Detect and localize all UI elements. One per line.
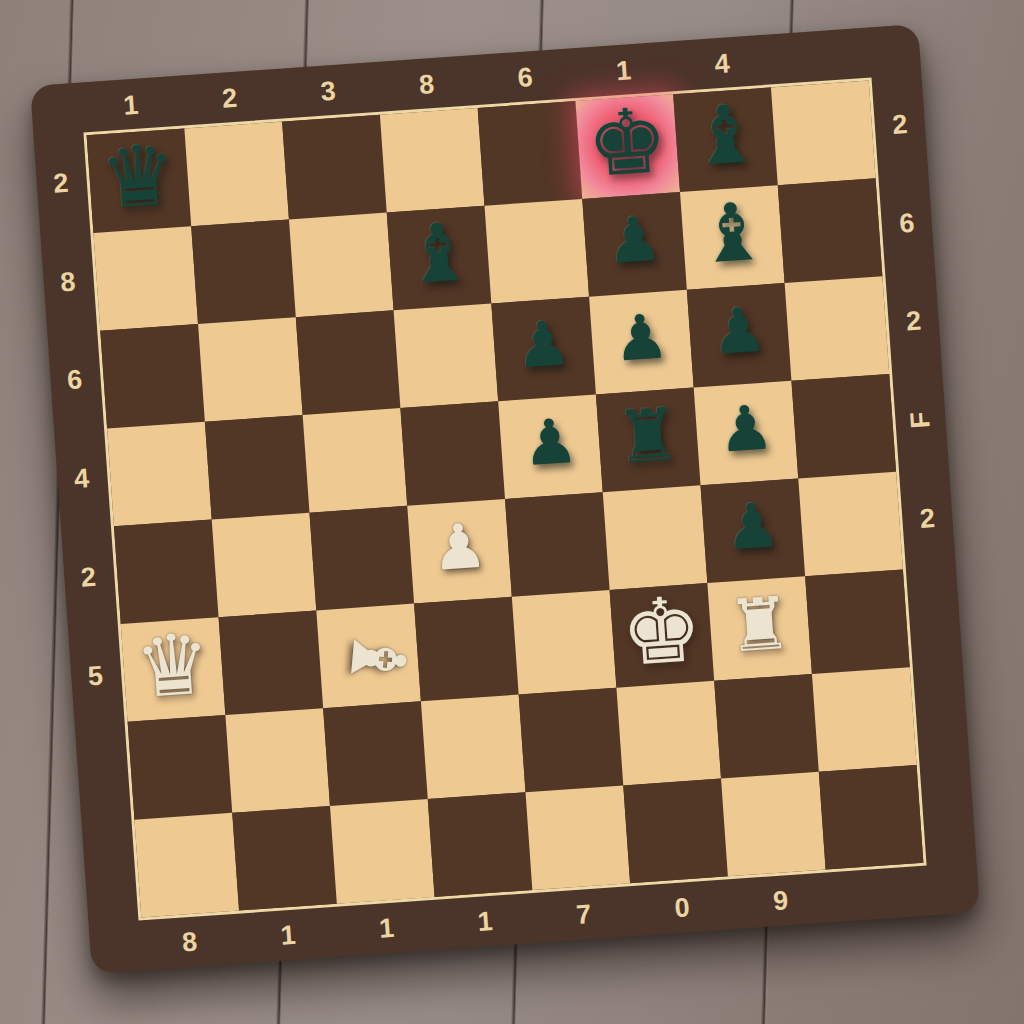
coordinate-label: 2 — [65, 527, 112, 628]
square-r2c6[interactable]: ♟ — [582, 192, 687, 297]
square-r6c4[interactable] — [414, 597, 519, 702]
square-r4c4[interactable] — [400, 401, 505, 506]
square-r5c1[interactable] — [114, 520, 219, 625]
square-r2c2[interactable] — [191, 219, 296, 324]
square-r8c3[interactable] — [330, 799, 435, 904]
square-r6c3[interactable]: ♝ — [316, 604, 421, 709]
black-bishop[interactable]: ♝ — [687, 93, 764, 178]
square-r1c5[interactable] — [478, 101, 583, 206]
square-r8c4[interactable] — [428, 792, 533, 897]
coordinate-label — [770, 34, 871, 81]
square-r1c3[interactable] — [282, 115, 387, 220]
black-pawn[interactable]: ♟ — [520, 410, 580, 476]
square-r3c3[interactable] — [296, 310, 401, 415]
square-r7c8[interactable] — [812, 667, 917, 772]
square-r7c1[interactable] — [128, 715, 233, 820]
coordinate-label: 4 — [58, 428, 105, 529]
square-r4c2[interactable] — [205, 415, 310, 520]
square-r6c7[interactable]: ♜ — [707, 576, 812, 681]
coordinate-label: 9 — [730, 876, 831, 925]
coordinate-label: 2 — [875, 74, 924, 175]
square-r4c8[interactable] — [791, 374, 896, 479]
square-r7c3[interactable] — [323, 701, 428, 806]
square-r1c7[interactable]: ♝ — [673, 87, 778, 192]
square-r8c8[interactable] — [819, 765, 924, 870]
square-r2c5[interactable] — [484, 199, 589, 304]
black-bishop[interactable]: ♝ — [400, 212, 477, 297]
coordinate-label: 2 — [889, 271, 938, 372]
square-r4c3[interactable] — [303, 408, 408, 513]
square-r6c2[interactable] — [219, 610, 324, 715]
table-background: 1238614 8111709 286425 262F2 ♛♚♝♝♟♝♟♟♟♟♜… — [0, 0, 1024, 1024]
square-r7c7[interactable] — [714, 674, 819, 779]
board-grid: ♛♚♝♝♟♝♟♟♟♟♜♟♟♟♛♝♚♜ — [83, 77, 926, 920]
coordinate-label: 6 — [474, 54, 575, 101]
square-r3c8[interactable] — [785, 276, 890, 381]
black-pawn[interactable]: ♟ — [716, 396, 776, 462]
square-r5c3[interactable] — [309, 506, 414, 611]
square-r3c6[interactable]: ♟ — [589, 290, 694, 395]
square-r4c5[interactable]: ♟ — [498, 394, 603, 499]
square-r7c4[interactable] — [421, 695, 526, 800]
white-king[interactable]: ♚ — [618, 584, 705, 679]
black-pawn[interactable]: ♟ — [723, 494, 783, 560]
coordinate-label: 6 — [882, 173, 931, 274]
black-king[interactable]: ♚ — [584, 95, 671, 190]
square-r3c4[interactable] — [394, 303, 499, 408]
square-r1c8[interactable] — [771, 81, 876, 186]
white-queen[interactable]: ♛ — [132, 621, 213, 710]
square-r2c4[interactable]: ♝ — [387, 206, 492, 311]
square-r8c1[interactable] — [134, 813, 239, 918]
coordinate-label — [79, 724, 126, 825]
coordinate-label: 1 — [434, 897, 535, 946]
square-r1c1[interactable]: ♛ — [87, 128, 192, 233]
black-pawn[interactable]: ♟ — [513, 312, 573, 378]
square-r7c5[interactable] — [519, 688, 624, 793]
white-pawn[interactable]: ♟ — [429, 514, 489, 580]
square-r8c7[interactable] — [721, 772, 826, 877]
black-bishop[interactable]: ♝ — [693, 191, 770, 276]
coordinate-label: 3 — [277, 68, 378, 115]
square-r7c2[interactable] — [225, 708, 330, 813]
coordinate-label — [910, 567, 959, 668]
square-r7c6[interactable] — [616, 681, 721, 786]
square-r2c1[interactable] — [93, 226, 198, 331]
coordinate-label: 5 — [72, 625, 119, 726]
square-r5c4[interactable]: ♟ — [407, 499, 512, 604]
square-r2c3[interactable] — [289, 213, 394, 318]
square-r5c5[interactable] — [505, 492, 610, 597]
square-r3c5[interactable]: ♟ — [491, 297, 596, 402]
square-r8c6[interactable] — [623, 779, 728, 884]
coordinate-label: 2 — [38, 133, 85, 234]
square-r4c6[interactable]: ♜ — [596, 388, 701, 493]
coordinate-label: 2 — [179, 75, 280, 122]
black-pawn[interactable]: ♟ — [611, 305, 671, 371]
square-r4c7[interactable]: ♟ — [694, 381, 799, 486]
square-r8c5[interactable] — [526, 785, 631, 890]
black-pawn[interactable]: ♟ — [709, 298, 769, 364]
coordinate-label: 6 — [51, 330, 98, 431]
coordinate-label: 2 — [903, 468, 952, 569]
square-r5c2[interactable] — [212, 513, 317, 618]
coordinate-label — [86, 823, 133, 924]
square-r8c2[interactable] — [232, 806, 337, 911]
square-r4c1[interactable] — [107, 422, 212, 527]
coordinate-label: 4 — [671, 40, 772, 87]
square-r2c8[interactable] — [778, 178, 883, 283]
square-r3c1[interactable] — [100, 324, 205, 429]
square-r5c6[interactable] — [603, 485, 708, 590]
highlighted-square-r1c6[interactable]: ♚ — [575, 94, 680, 199]
square-r3c2[interactable] — [198, 317, 303, 422]
black-pawn[interactable]: ♟ — [604, 207, 664, 273]
coordinate-label — [828, 869, 929, 918]
square-r1c4[interactable] — [380, 108, 485, 213]
chess-board: 1238614 8111709 286425 262F2 ♛♚♝♝♟♝♟♟♟♟♜… — [30, 24, 980, 974]
square-r1c2[interactable] — [184, 122, 289, 227]
white-rook[interactable]: ♜ — [725, 586, 794, 662]
square-r6c5[interactable] — [512, 590, 617, 695]
square-r3c7[interactable]: ♟ — [687, 283, 792, 388]
square-r5c8[interactable] — [798, 472, 903, 577]
square-r6c6[interactable]: ♚ — [610, 583, 715, 688]
coordinate-label: 8 — [376, 61, 477, 108]
square-r6c8[interactable] — [805, 569, 910, 674]
coordinate-label: 1 — [336, 904, 437, 953]
coordinate-label — [924, 764, 973, 865]
white-bishop-fallen[interactable]: ♝ — [339, 622, 419, 695]
coordinate-label: 0 — [631, 883, 732, 932]
square-r2c7[interactable]: ♝ — [680, 185, 785, 290]
coordinate-label: 8 — [139, 918, 240, 967]
black-rook[interactable]: ♜ — [613, 398, 682, 474]
coordinate-label: 7 — [533, 890, 634, 939]
square-r5c7[interactable]: ♟ — [701, 478, 806, 583]
square-r6c1[interactable]: ♛ — [121, 617, 226, 722]
black-queen[interactable]: ♛ — [98, 132, 179, 221]
coordinate-label: 8 — [44, 231, 91, 332]
coordinate-label — [917, 665, 966, 766]
coordinate-label: 1 — [80, 82, 181, 129]
coordinate-label: 1 — [237, 911, 338, 960]
